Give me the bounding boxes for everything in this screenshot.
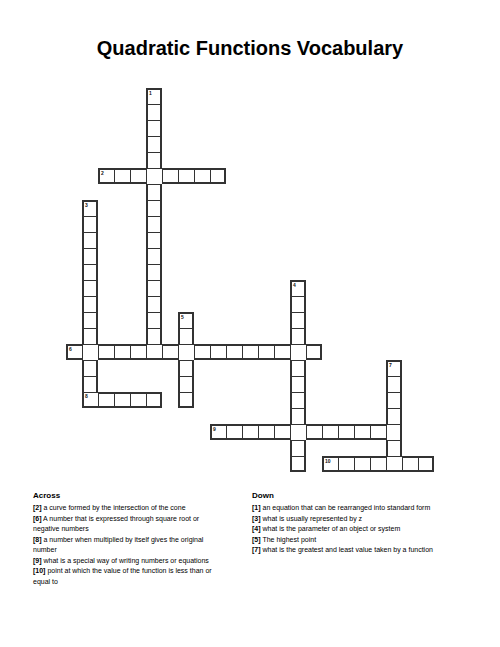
grid-cell[interactable] [290,408,306,424]
down-clue-list: [1] an equation that can be rearranged i… [252,503,490,556]
clue-text-line: [8] a number when multiplied by itself g… [33,535,249,546]
clue-text-line: [9] what is a special way of writing num… [33,556,249,567]
grid-cell[interactable] [82,232,98,248]
grid-cell[interactable] [370,456,386,472]
clue-item: [7] what is the greatest and least value… [252,545,490,556]
clue-number: 4 [293,282,296,288]
clue-text-line: equal to [33,577,249,588]
grid-cell[interactable] [82,360,98,376]
grid-cell[interactable] [242,424,258,440]
grid-cell[interactable] [290,392,306,408]
grid-cell[interactable]: 1 [146,88,162,104]
clue-list-number: [9] [33,557,42,564]
clue-item: [10] point at which the value of the fun… [33,566,249,587]
page: Quadratic Functions Vocabulary 123456789… [0,0,500,647]
grid-cell[interactable] [82,264,98,280]
grid-cell[interactable] [162,168,178,184]
clue-text-line: [1] an equation that can be rearranged i… [252,503,490,514]
grid-cell[interactable] [386,392,402,408]
clue-item: [8] a number when multiplied by itself g… [33,535,249,556]
clue-list-number: [6] [33,515,42,522]
clue-text-line: number [33,545,249,556]
grid-cell[interactable] [98,344,114,360]
clue-number: 3 [85,202,88,208]
grid-cell[interactable] [178,344,194,360]
clue-number: 6 [69,346,72,352]
grid-cell[interactable] [130,392,146,408]
grid-cell[interactable] [82,248,98,264]
grid-cell[interactable]: 7 [386,360,402,376]
grid-cell[interactable] [114,392,130,408]
grid-cell[interactable] [194,344,210,360]
grid-cell[interactable] [130,344,146,360]
clue-number: 10 [325,458,331,464]
grid-cell[interactable] [146,248,162,264]
grid-cell[interactable] [146,216,162,232]
clue-item: [6] A number that is expressed through s… [33,514,249,535]
down-clues-section: Down [1] an equation that can be rearran… [252,490,490,556]
grid-cell[interactable] [178,328,194,344]
grid-cell[interactable] [290,424,306,440]
grid-cell[interactable] [386,440,402,456]
clue-list-number: [8] [33,536,42,543]
grid-cell[interactable] [386,456,402,472]
clue-list-number: [1] [252,504,261,511]
grid-cell[interactable] [114,344,130,360]
grid-cell[interactable] [386,408,402,424]
grid-cell[interactable] [146,104,162,120]
grid-cell[interactable]: 6 [66,344,82,360]
clue-item: [2] a curve formed by the intersection o… [33,503,249,514]
across-clue-list: [2] a curve formed by the intersection o… [33,503,249,587]
grid-cell[interactable] [354,424,370,440]
clue-item: [4] what is the parameter of an object o… [252,524,490,535]
clue-text-line: [6] A number that is expressed through s… [33,514,249,525]
grid-cell[interactable] [306,424,322,440]
grid-cell[interactable] [354,456,370,472]
grid-cell[interactable] [242,344,258,360]
grid-cell[interactable]: 9 [210,424,226,440]
grid-cell[interactable] [274,344,290,360]
grid-cell[interactable] [226,344,242,360]
grid-cell[interactable] [146,184,162,200]
clue-number: 8 [85,393,88,399]
clue-text-line: [7] what is the greatest and least value… [252,545,490,556]
grid-cell[interactable] [226,424,242,440]
grid-cell[interactable] [82,376,98,392]
grid-cell[interactable]: 10 [322,456,338,472]
grid-cell[interactable] [210,344,226,360]
grid-cell[interactable] [82,296,98,312]
grid-cell[interactable] [258,344,274,360]
grid-cell[interactable] [306,344,322,360]
grid-cell[interactable] [210,168,226,184]
grid-cell[interactable] [82,280,98,296]
grid-cell[interactable] [146,328,162,344]
puzzle-title: Quadratic Functions Vocabulary [0,37,500,60]
grid-cell[interactable] [146,296,162,312]
clue-number: 7 [389,362,392,368]
clue-number: 5 [181,314,184,320]
grid-cell[interactable] [146,168,162,184]
grid-cell[interactable]: 2 [98,168,114,184]
clue-list-number: [4] [252,525,261,532]
grid-cell[interactable] [178,376,194,392]
grid-cell[interactable] [402,456,418,472]
grid-cell[interactable] [178,360,194,376]
grid-cell[interactable] [146,312,162,328]
grid-cell[interactable] [146,344,162,360]
clue-text-line: [4] what is the parameter of an object o… [252,524,490,535]
clue-number: 2 [101,170,104,176]
grid-cell[interactable] [290,440,306,456]
clue-list-number: [10] [33,567,45,574]
grid-cell[interactable] [146,152,162,168]
grid-cell[interactable] [274,424,290,440]
grid-cell[interactable] [386,376,402,392]
crossword-grid: 12345678910 [66,88,434,472]
grid-cell[interactable] [130,168,146,184]
grid-cell[interactable] [146,232,162,248]
clue-text-line: [10] point at which the value of the fun… [33,566,249,577]
grid-cell[interactable] [82,312,98,328]
grid-cell[interactable] [290,312,306,328]
grid-cell[interactable] [146,264,162,280]
grid-cell[interactable]: 3 [82,200,98,216]
grid-cell[interactable] [114,168,130,184]
grid-cell[interactable] [386,424,402,440]
grid-cell[interactable] [338,424,354,440]
grid-cell[interactable] [290,296,306,312]
grid-cell[interactable] [290,328,306,344]
grid-cell[interactable] [146,392,162,408]
clue-item: [5] The highest point [252,535,490,546]
grid-cell[interactable] [82,344,98,360]
down-header: Down [252,490,490,501]
grid-cell[interactable] [146,136,162,152]
clue-list-number: [3] [252,515,261,522]
clue-text-line: [3] what is usually represented by z [252,514,490,525]
clue-text-line: negative numbers [33,524,249,535]
grid-cell[interactable] [258,424,274,440]
grid-cell[interactable]: 5 [178,312,194,328]
grid-cell[interactable] [322,424,338,440]
grid-cell[interactable] [146,200,162,216]
grid-cell[interactable] [178,168,194,184]
grid-cell[interactable] [146,120,162,136]
grid-cell[interactable] [162,344,178,360]
clue-number: 9 [213,426,216,432]
clue-list-number: [2] [33,504,42,511]
grid-cell[interactable] [370,424,386,440]
grid-cell[interactable] [338,456,354,472]
clue-number: 1 [149,90,152,96]
clue-text-line: [5] The highest point [252,535,490,546]
across-clues-section: Across [2] a curve formed by the interse… [33,490,249,587]
clue-item: [1] an equation that can be rearranged i… [252,503,490,514]
grid-cell[interactable] [98,392,114,408]
grid-cell[interactable] [418,456,434,472]
grid-cell[interactable]: 4 [290,280,306,296]
grid-cell[interactable] [82,216,98,232]
across-header: Across [33,490,249,501]
clue-list-number: [7] [252,546,261,553]
grid-cell[interactable] [290,360,306,376]
grid-cell[interactable] [290,344,306,360]
grid-cell[interactable] [290,376,306,392]
grid-cell[interactable] [82,328,98,344]
clue-text-line: [2] a curve formed by the intersection o… [33,503,249,514]
clue-item: [9] what is a special way of writing num… [33,556,249,567]
clue-list-number: [5] [252,536,261,543]
grid-cell[interactable] [290,456,306,472]
clue-item: [3] what is usually represented by z [252,514,490,525]
grid-cell[interactable] [178,392,194,408]
grid-cell[interactable] [146,280,162,296]
grid-cell[interactable] [194,168,210,184]
grid-cell[interactable]: 8 [82,392,98,408]
